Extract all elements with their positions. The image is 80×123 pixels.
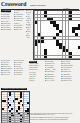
clue-column-1: ACROSS 1 Tree anchors5 Plod along9 Gala … xyxy=(1,10,12,57)
clue-item: 20 Not as much xyxy=(1,29,12,31)
previous-answer-grid: SCAMADOBESPARHOLAMINEDTIDEARTSYPARTYENDS… xyxy=(1,91,30,123)
clue-item: 38 Mine find xyxy=(14,29,25,31)
clue-column-7: 10 Era of note11 Dash of flair12 Ballet … xyxy=(45,61,59,96)
white-cell[interactable] xyxy=(78,56,80,59)
clue-column-2: 21 Crumpet kin23 Mea ___24 Hem's place26… xyxy=(14,10,25,57)
clue-item: 66 Wise bird xyxy=(1,74,12,76)
fine-print: Online subscriptions: Today's puzzle and… xyxy=(29,113,79,122)
clue-item: 54 Spool of film xyxy=(61,80,79,82)
clue-column-6: DOWN 1 Wander about2 Butter squares3 Toa… xyxy=(29,61,43,96)
clue-column-8: 30 Idle chatter32 Steeple top35 Sneaky s… xyxy=(61,61,79,96)
clue-column-3: 40 Stir up41 Gym unit43 Ore source44 Be … xyxy=(26,10,33,57)
clue-item: 74 Golf pegs xyxy=(14,74,27,76)
clue-column-4: 51 Hot spring53 Tart fruit55 Map dot56 B… xyxy=(1,60,12,87)
edited-by-label: Edited by Will Shortz xyxy=(30,4,46,6)
crossword-page: Crossword Edited by Will Shortz No. 0419… xyxy=(0,0,80,123)
clue-item: 9 Charter xyxy=(29,80,43,82)
crossword-grid[interactable] xyxy=(33,10,80,60)
clue-item: 50 Sea bird xyxy=(26,35,33,39)
fine-print-line: Crosswords for young solvers: nytimes.co… xyxy=(29,119,79,121)
clue-column-5: 67 Oven setting68 Nile wader69 Lean-to70… xyxy=(14,60,27,87)
page-title: Crossword xyxy=(1,0,26,8)
clue-item: 29 Peel, as fruit xyxy=(45,80,59,82)
